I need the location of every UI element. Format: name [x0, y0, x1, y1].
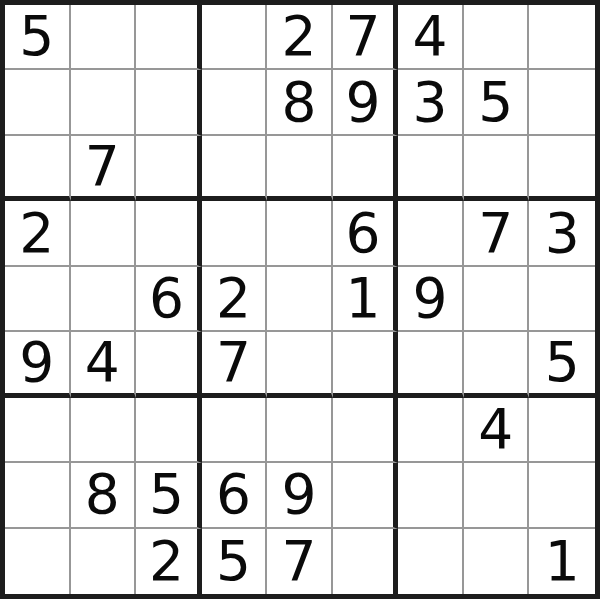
cell-r9c1-empty[interactable]	[5, 529, 71, 594]
cell-r3c1-empty[interactable]	[5, 136, 71, 201]
cell-r3c8-empty[interactable]	[464, 136, 530, 201]
cell-r3c9-empty[interactable]	[529, 136, 595, 201]
cell-r5c7-given: 9	[398, 267, 464, 332]
cell-r1c4-empty[interactable]	[202, 5, 268, 70]
cell-r5c5-empty[interactable]	[267, 267, 333, 332]
cell-r5c4-given: 2	[202, 267, 268, 332]
cell-r9c6-empty[interactable]	[333, 529, 399, 594]
cell-r7c3-empty[interactable]	[136, 398, 202, 463]
cell-r8c6-empty[interactable]	[333, 463, 399, 528]
cell-r8c1-empty[interactable]	[5, 463, 71, 528]
cell-r2c9-empty[interactable]	[529, 70, 595, 135]
cell-r7c6-empty[interactable]	[333, 398, 399, 463]
cell-r2c4-empty[interactable]	[202, 70, 268, 135]
cell-r9c2-empty[interactable]	[71, 529, 137, 594]
cell-r8c7-empty[interactable]	[398, 463, 464, 528]
cell-r2c5-given: 8	[267, 70, 333, 135]
cell-r2c2-empty[interactable]	[71, 70, 137, 135]
cell-r6c3-empty[interactable]	[136, 332, 202, 397]
cell-r8c2-given: 8	[71, 463, 137, 528]
cell-r9c7-empty[interactable]	[398, 529, 464, 594]
cell-r6c1-given: 9	[5, 332, 71, 397]
cell-r9c8-empty[interactable]	[464, 529, 530, 594]
cell-r6c4-given: 7	[202, 332, 268, 397]
cell-r4c1-given: 2	[5, 201, 71, 266]
cell-r1c3-empty[interactable]	[136, 5, 202, 70]
cell-r1c2-empty[interactable]	[71, 5, 137, 70]
cell-r1c9-empty[interactable]	[529, 5, 595, 70]
cell-r5c1-empty[interactable]	[5, 267, 71, 332]
cell-r7c4-empty[interactable]	[202, 398, 268, 463]
cell-r8c3-given: 5	[136, 463, 202, 528]
cell-r7c5-empty[interactable]	[267, 398, 333, 463]
cell-r7c7-empty[interactable]	[398, 398, 464, 463]
cell-r4c7-empty[interactable]	[398, 201, 464, 266]
cell-r2c1-empty[interactable]	[5, 70, 71, 135]
cell-r4c5-empty[interactable]	[267, 201, 333, 266]
cell-r5c3-given: 6	[136, 267, 202, 332]
cell-r1c8-empty[interactable]	[464, 5, 530, 70]
cell-r8c5-given: 9	[267, 463, 333, 528]
cell-r6c9-given: 5	[529, 332, 595, 397]
cell-r6c8-empty[interactable]	[464, 332, 530, 397]
cell-r4c9-given: 3	[529, 201, 595, 266]
cell-r4c4-empty[interactable]	[202, 201, 268, 266]
sudoku-board: 527489357267362199475485692571	[0, 0, 600, 599]
cell-r9c3-given: 2	[136, 529, 202, 594]
cell-r2c6-given: 9	[333, 70, 399, 135]
cell-r6c2-given: 4	[71, 332, 137, 397]
cell-r4c6-given: 6	[333, 201, 399, 266]
cell-r5c2-empty[interactable]	[71, 267, 137, 332]
cell-r8c8-empty[interactable]	[464, 463, 530, 528]
cell-r3c7-empty[interactable]	[398, 136, 464, 201]
cell-r9c5-given: 7	[267, 529, 333, 594]
cell-r2c8-given: 5	[464, 70, 530, 135]
cell-r5c9-empty[interactable]	[529, 267, 595, 332]
cell-r6c7-empty[interactable]	[398, 332, 464, 397]
cell-r3c2-given: 7	[71, 136, 137, 201]
cell-r6c5-empty[interactable]	[267, 332, 333, 397]
cell-r1c6-given: 7	[333, 5, 399, 70]
cell-r4c2-empty[interactable]	[71, 201, 137, 266]
cell-r1c5-given: 2	[267, 5, 333, 70]
cell-r2c7-given: 3	[398, 70, 464, 135]
cell-r4c3-empty[interactable]	[136, 201, 202, 266]
cell-r8c4-given: 6	[202, 463, 268, 528]
cell-r9c9-given: 1	[529, 529, 595, 594]
cell-r8c9-empty[interactable]	[529, 463, 595, 528]
cell-r3c6-empty[interactable]	[333, 136, 399, 201]
cell-r3c5-empty[interactable]	[267, 136, 333, 201]
cell-r3c4-empty[interactable]	[202, 136, 268, 201]
cell-r1c7-given: 4	[398, 5, 464, 70]
cell-r2c3-empty[interactable]	[136, 70, 202, 135]
cell-r9c4-given: 5	[202, 529, 268, 594]
cell-r6c6-empty[interactable]	[333, 332, 399, 397]
cell-r7c8-given: 4	[464, 398, 530, 463]
cell-r7c2-empty[interactable]	[71, 398, 137, 463]
cell-r3c3-empty[interactable]	[136, 136, 202, 201]
cell-r4c8-given: 7	[464, 201, 530, 266]
cell-r1c1-given: 5	[5, 5, 71, 70]
cell-r5c6-given: 1	[333, 267, 399, 332]
cell-r7c1-empty[interactable]	[5, 398, 71, 463]
cell-r5c8-empty[interactable]	[464, 267, 530, 332]
cell-r7c9-empty[interactable]	[529, 398, 595, 463]
